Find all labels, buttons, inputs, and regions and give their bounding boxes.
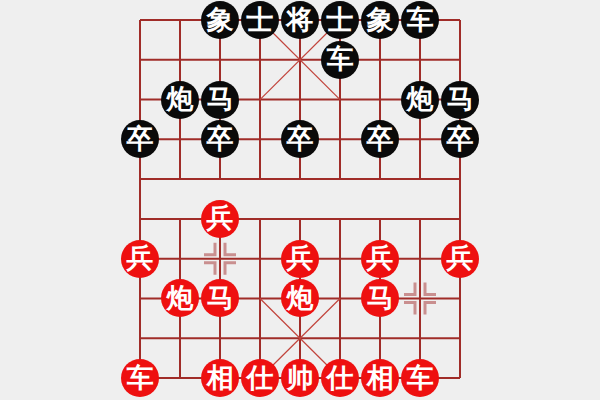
piece-red-elephant[interactable]: 相 xyxy=(201,359,239,397)
piece-red-pawn[interactable]: 兵 xyxy=(361,240,399,278)
piece-red-pawn[interactable]: 兵 xyxy=(441,240,479,278)
piece-black-horse[interactable]: 马 xyxy=(201,81,239,119)
piece-red-pawn[interactable]: 兵 xyxy=(121,240,159,278)
piece-black-elephant[interactable]: 象 xyxy=(361,1,399,39)
piece-black-pawn[interactable]: 卒 xyxy=(361,120,399,158)
piece-black-pawn[interactable]: 卒 xyxy=(281,120,319,158)
xiangqi-board: 象士将士象车车炮马炮马卒卒卒卒卒兵兵兵兵兵炮马炮马车相仕帅仕相车 xyxy=(0,0,600,400)
piece-red-advisor[interactable]: 仕 xyxy=(321,359,359,397)
piece-black-elephant[interactable]: 象 xyxy=(201,1,239,39)
piece-red-rook[interactable]: 车 xyxy=(401,359,439,397)
piece-black-rook[interactable]: 车 xyxy=(321,41,359,79)
piece-black-rook[interactable]: 车 xyxy=(401,1,439,39)
piece-black-pawn[interactable]: 卒 xyxy=(441,120,479,158)
piece-red-advisor[interactable]: 仕 xyxy=(241,359,279,397)
piece-red-cannon[interactable]: 炮 xyxy=(281,279,319,317)
piece-black-horse[interactable]: 马 xyxy=(441,81,479,119)
piece-black-cannon[interactable]: 炮 xyxy=(161,81,199,119)
piece-black-pawn[interactable]: 卒 xyxy=(201,120,239,158)
pieces-layer: 象士将士象车车炮马炮马卒卒卒卒卒兵兵兵兵兵炮马炮马车相仕帅仕相车 xyxy=(0,0,600,400)
piece-red-cannon[interactable]: 炮 xyxy=(161,279,199,317)
piece-black-advisor[interactable]: 士 xyxy=(321,1,359,39)
piece-red-elephant[interactable]: 相 xyxy=(361,359,399,397)
piece-black-cannon[interactable]: 炮 xyxy=(401,81,439,119)
piece-red-rook[interactable]: 车 xyxy=(121,359,159,397)
piece-red-horse[interactable]: 马 xyxy=(361,279,399,317)
piece-red-pawn[interactable]: 兵 xyxy=(201,200,239,238)
piece-black-pawn[interactable]: 卒 xyxy=(121,120,159,158)
piece-red-general[interactable]: 帅 xyxy=(281,359,319,397)
piece-black-advisor[interactable]: 士 xyxy=(241,1,279,39)
piece-red-pawn[interactable]: 兵 xyxy=(281,240,319,278)
piece-red-horse[interactable]: 马 xyxy=(201,279,239,317)
piece-black-general[interactable]: 将 xyxy=(281,1,319,39)
